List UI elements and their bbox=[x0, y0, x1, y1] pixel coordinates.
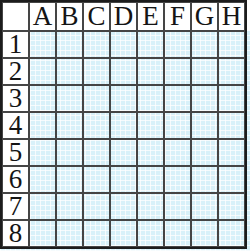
cell-h5[interactable] bbox=[218, 139, 245, 166]
cell-h7[interactable] bbox=[218, 193, 245, 220]
cell-d8[interactable] bbox=[110, 220, 137, 247]
cell-g3[interactable] bbox=[191, 85, 218, 112]
cell-c1[interactable] bbox=[83, 31, 110, 58]
cell-e5[interactable] bbox=[137, 139, 164, 166]
cell-g6[interactable] bbox=[191, 166, 218, 193]
row-header-6: 6 bbox=[2, 166, 29, 193]
column-header-g: G bbox=[191, 2, 218, 31]
column-header-d: D bbox=[110, 2, 137, 31]
cell-b8[interactable] bbox=[56, 220, 83, 247]
column-header-e: E bbox=[137, 2, 164, 31]
cell-h1[interactable] bbox=[218, 31, 245, 58]
cell-d7[interactable] bbox=[110, 193, 137, 220]
cell-f2[interactable] bbox=[164, 58, 191, 85]
cell-d2[interactable] bbox=[110, 58, 137, 85]
cell-b3[interactable] bbox=[56, 85, 83, 112]
cell-e4[interactable] bbox=[137, 112, 164, 139]
cell-a8[interactable] bbox=[29, 220, 56, 247]
column-header-h: H bbox=[218, 2, 245, 31]
cell-c5[interactable] bbox=[83, 139, 110, 166]
cell-c8[interactable] bbox=[83, 220, 110, 247]
row-header-7: 7 bbox=[2, 193, 29, 220]
cell-g7[interactable] bbox=[191, 193, 218, 220]
cell-a4[interactable] bbox=[29, 112, 56, 139]
cell-a7[interactable] bbox=[29, 193, 56, 220]
row-header-3: 3 bbox=[2, 85, 29, 112]
cell-e1[interactable] bbox=[137, 31, 164, 58]
row-header-5: 5 bbox=[2, 139, 29, 166]
cell-b5[interactable] bbox=[56, 139, 83, 166]
cell-a2[interactable] bbox=[29, 58, 56, 85]
row-header-2: 2 bbox=[2, 58, 29, 85]
cell-c7[interactable] bbox=[83, 193, 110, 220]
cell-f4[interactable] bbox=[164, 112, 191, 139]
corner-cell bbox=[2, 2, 29, 31]
cell-h8[interactable] bbox=[218, 220, 245, 247]
cell-h3[interactable] bbox=[218, 85, 245, 112]
row-header-4: 4 bbox=[2, 112, 29, 139]
cell-g4[interactable] bbox=[191, 112, 218, 139]
cell-b2[interactable] bbox=[56, 58, 83, 85]
cell-d5[interactable] bbox=[110, 139, 137, 166]
column-header-a: A bbox=[29, 2, 56, 31]
column-header-c: C bbox=[83, 2, 110, 31]
cell-b4[interactable] bbox=[56, 112, 83, 139]
column-header-f: F bbox=[164, 2, 191, 31]
cell-f6[interactable] bbox=[164, 166, 191, 193]
cell-f5[interactable] bbox=[164, 139, 191, 166]
cell-c3[interactable] bbox=[83, 85, 110, 112]
cell-h4[interactable] bbox=[218, 112, 245, 139]
cell-g8[interactable] bbox=[191, 220, 218, 247]
cell-a6[interactable] bbox=[29, 166, 56, 193]
cell-e7[interactable] bbox=[137, 193, 164, 220]
cell-c6[interactable] bbox=[83, 166, 110, 193]
cell-h6[interactable] bbox=[218, 166, 245, 193]
cell-g5[interactable] bbox=[191, 139, 218, 166]
cell-e3[interactable] bbox=[137, 85, 164, 112]
cell-f3[interactable] bbox=[164, 85, 191, 112]
game-board-grid: ABCDEFGH12345678 bbox=[0, 0, 247, 249]
cell-h2[interactable] bbox=[218, 58, 245, 85]
cell-c4[interactable] bbox=[83, 112, 110, 139]
cell-a5[interactable] bbox=[29, 139, 56, 166]
cell-a3[interactable] bbox=[29, 85, 56, 112]
cell-d4[interactable] bbox=[110, 112, 137, 139]
row-header-1: 1 bbox=[2, 31, 29, 58]
cell-a1[interactable] bbox=[29, 31, 56, 58]
cell-e6[interactable] bbox=[137, 166, 164, 193]
board-canvas: ABCDEFGH12345678 bbox=[0, 0, 250, 251]
cell-f7[interactable] bbox=[164, 193, 191, 220]
cell-b1[interactable] bbox=[56, 31, 83, 58]
cell-c2[interactable] bbox=[83, 58, 110, 85]
cell-e8[interactable] bbox=[137, 220, 164, 247]
cell-e2[interactable] bbox=[137, 58, 164, 85]
cell-b6[interactable] bbox=[56, 166, 83, 193]
cell-g2[interactable] bbox=[191, 58, 218, 85]
cell-d1[interactable] bbox=[110, 31, 137, 58]
row-header-8: 8 bbox=[2, 220, 29, 247]
cell-d3[interactable] bbox=[110, 85, 137, 112]
column-header-b: B bbox=[56, 2, 83, 31]
cell-f1[interactable] bbox=[164, 31, 191, 58]
cell-d6[interactable] bbox=[110, 166, 137, 193]
cell-b7[interactable] bbox=[56, 193, 83, 220]
cell-g1[interactable] bbox=[191, 31, 218, 58]
cell-f8[interactable] bbox=[164, 220, 191, 247]
